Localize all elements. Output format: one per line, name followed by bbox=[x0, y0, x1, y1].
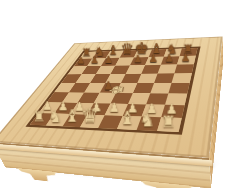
chess-board: ♜♞♝♛♚♝♞♜♟♟♟♟♟♟♟♟♚♟♟♟♟♟♟♟♟♜♞♝♛♝♞♜ bbox=[25, 47, 200, 135]
square-g5[interactable] bbox=[154, 73, 174, 83]
square-d7[interactable] bbox=[115, 57, 134, 65]
square-f6[interactable] bbox=[141, 65, 160, 74]
white-queen[interactable]: ♛ bbox=[80, 106, 100, 126]
square-b7[interactable]: ♟ bbox=[87, 58, 106, 66]
square-b8[interactable]: ♞ bbox=[92, 51, 110, 59]
square-h6[interactable] bbox=[174, 64, 193, 73]
square-h4[interactable] bbox=[168, 83, 189, 94]
black-bishop[interactable]: ♝ bbox=[149, 42, 165, 56]
square-f8[interactable]: ♝ bbox=[149, 49, 167, 57]
black-pawn[interactable]: ♟ bbox=[74, 56, 89, 66]
board-tilt-wrapper: ♜♞♝♛♚♝♞♜♟♟♟♟♟♟♟♟♚♟♟♟♟♟♟♟♟♜♞♝♛♝♞♜ bbox=[0, 37, 223, 158]
square-e7[interactable]: ♟ bbox=[130, 57, 149, 65]
square-h5[interactable] bbox=[172, 73, 192, 83]
square-a7[interactable]: ♟ bbox=[74, 59, 93, 67]
black-rook[interactable]: ♜ bbox=[79, 47, 93, 58]
square-f7[interactable]: ♟ bbox=[145, 57, 164, 65]
square-g6[interactable] bbox=[158, 64, 177, 73]
square-g4[interactable] bbox=[150, 83, 171, 93]
black-knight[interactable]: ♞ bbox=[92, 46, 107, 58]
square-d6[interactable] bbox=[110, 65, 130, 74]
square-h7[interactable]: ♟ bbox=[177, 56, 196, 65]
square-c8[interactable]: ♝ bbox=[106, 51, 124, 59]
square-e8[interactable]: ♚ bbox=[134, 50, 152, 58]
black-pawn[interactable]: ♟ bbox=[87, 55, 102, 65]
square-f5[interactable] bbox=[137, 74, 157, 83]
square-e4[interactable]: ♚ bbox=[116, 83, 137, 93]
square-c7[interactable]: ♟ bbox=[101, 58, 120, 66]
square-g7[interactable]: ♟ bbox=[161, 56, 180, 65]
black-knight[interactable]: ♞ bbox=[164, 43, 180, 56]
square-a5[interactable] bbox=[61, 74, 81, 83]
square-a8[interactable]: ♜ bbox=[79, 51, 97, 58]
square-a6[interactable] bbox=[68, 66, 87, 74]
white-bishop[interactable]: ♝ bbox=[117, 110, 138, 128]
perspective-wrapper: ♜♞♝♛♚♝♞♜♟♟♟♟♟♟♟♟♚♟♟♟♟♟♟♟♟♜♞♝♛♝♞♜ bbox=[41, 0, 217, 186]
black-pawn[interactable]: ♟ bbox=[101, 55, 116, 65]
square-e6[interactable] bbox=[126, 65, 146, 74]
square-d8[interactable]: ♛ bbox=[120, 50, 138, 58]
white-rook[interactable]: ♜ bbox=[157, 113, 179, 129]
black-queen[interactable]: ♛ bbox=[120, 42, 135, 57]
black-pawn[interactable]: ♟ bbox=[177, 53, 194, 64]
white-knight[interactable]: ♞ bbox=[137, 111, 158, 128]
chess-box-top: ♜♞♝♛♚♝♞♜♟♟♟♟♟♟♟♟♚♟♟♟♟♟♟♟♟♜♞♝♛♝♞♜ bbox=[0, 37, 223, 158]
black-pawn[interactable]: ♟ bbox=[145, 54, 161, 64]
black-pawn[interactable]: ♟ bbox=[161, 53, 177, 64]
square-c6[interactable] bbox=[96, 66, 115, 75]
chess-set-scene: ♜♞♝♛♚♝♞♜♟♟♟♟♟♟♟♟♚♟♟♟♟♟♟♟♟♜♞♝♛♝♞♜ bbox=[0, 0, 250, 188]
box-foot-right bbox=[139, 180, 196, 188]
square-e5[interactable] bbox=[121, 74, 141, 83]
black-bishop[interactable]: ♝ bbox=[106, 44, 121, 57]
square-b6[interactable] bbox=[81, 66, 100, 74]
black-king[interactable]: ♚ bbox=[134, 40, 149, 56]
black-pawn[interactable]: ♟ bbox=[130, 54, 146, 64]
square-b5[interactable] bbox=[75, 74, 95, 83]
square-g8[interactable]: ♞ bbox=[164, 49, 182, 57]
square-h8[interactable]: ♜ bbox=[180, 48, 198, 56]
square-h1[interactable]: ♜ bbox=[157, 117, 182, 132]
black-rook[interactable]: ♜ bbox=[180, 43, 196, 55]
